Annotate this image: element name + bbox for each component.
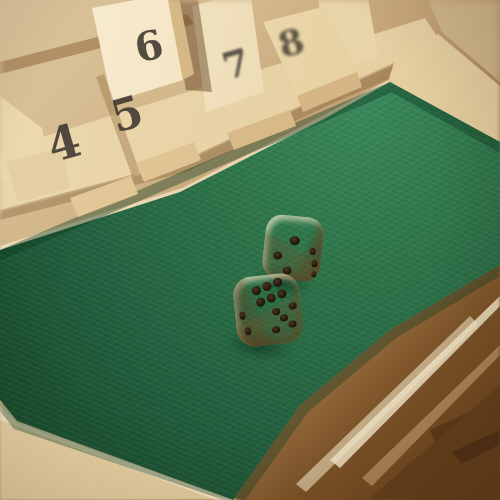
shut-the-box-photo: 6 4 5 7 8 bbox=[0, 0, 500, 500]
die-1-right-pip bbox=[311, 271, 317, 277]
die-2[interactable] bbox=[232, 272, 305, 349]
